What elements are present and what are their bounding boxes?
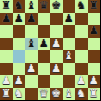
square-a5[interactable]	[0, 38, 13, 51]
white-rook: ♜	[1, 88, 11, 100]
square-e1[interactable]: ♚	[50, 88, 63, 101]
white-pawn: ♟	[51, 38, 61, 50]
square-b7[interactable]: ♟	[13, 13, 26, 26]
black-knight: ♞	[14, 0, 24, 12]
white-bishop: ♝	[64, 88, 74, 100]
black-pawn: ♟	[14, 13, 24, 25]
square-b1[interactable]: ♞	[13, 88, 26, 101]
white-queen: ♛	[39, 88, 49, 100]
square-a3[interactable]	[0, 63, 13, 76]
black-king: ♚	[51, 0, 61, 12]
square-a1[interactable]: ♜	[0, 88, 13, 101]
square-a6[interactable]	[0, 25, 13, 38]
white-rook: ♜	[89, 88, 99, 100]
black-pawn: ♟	[1, 13, 11, 25]
black-pawn: ♟	[64, 13, 74, 25]
square-g3[interactable]	[75, 63, 88, 76]
black-queen: ♛	[39, 0, 49, 12]
square-f1[interactable]: ♝	[63, 88, 76, 101]
white-pawn: ♟	[89, 75, 99, 87]
black-pawn: ♟	[89, 25, 99, 37]
square-a2[interactable]: ♟	[0, 75, 13, 88]
square-g5[interactable]	[75, 38, 88, 51]
square-c2[interactable]	[25, 75, 38, 88]
square-b4[interactable]	[13, 50, 26, 63]
square-d6[interactable]	[38, 25, 51, 38]
square-b5[interactable]	[13, 38, 26, 51]
white-pawn: ♟	[76, 75, 86, 87]
square-h8[interactable]: ♜	[88, 0, 101, 13]
square-f5[interactable]	[63, 38, 76, 51]
square-a4[interactable]	[0, 50, 13, 63]
square-c6[interactable]	[25, 25, 38, 38]
square-g2[interactable]: ♟	[75, 75, 88, 88]
chess-board: ♜♞♝♛♚♞♜♟♟♟♟♟♝♟♟♝♟♟♟♟♟♟♜♞♛♚♝♞♜	[0, 0, 100, 100]
square-h1[interactable]: ♜	[88, 88, 101, 101]
square-e5[interactable]: ♟	[50, 38, 63, 51]
white-knight: ♞	[14, 88, 24, 100]
square-f7[interactable]: ♟	[63, 13, 76, 26]
black-bishop: ♝	[26, 0, 36, 12]
square-h3[interactable]	[88, 63, 101, 76]
square-a7[interactable]: ♟	[0, 13, 13, 26]
square-g1[interactable]: ♞	[75, 88, 88, 101]
white-pawn: ♟	[51, 63, 61, 75]
white-bishop: ♝	[64, 50, 74, 62]
square-a8[interactable]: ♜	[0, 0, 13, 13]
square-h7[interactable]	[88, 13, 101, 26]
square-d5[interactable]: ♟	[38, 38, 51, 51]
square-g4[interactable]	[75, 50, 88, 63]
square-b8[interactable]: ♞	[13, 0, 26, 13]
square-g6[interactable]	[75, 25, 88, 38]
black-pawn: ♟	[26, 13, 36, 25]
square-e4[interactable]	[50, 50, 63, 63]
black-pawn: ♟	[39, 38, 49, 50]
square-b3[interactable]	[13, 63, 26, 76]
square-d4[interactable]	[38, 50, 51, 63]
square-h6[interactable]: ♟	[88, 25, 101, 38]
square-c7[interactable]: ♟	[25, 13, 38, 26]
white-knight: ♞	[76, 88, 86, 100]
black-rook: ♜	[89, 0, 99, 12]
white-pawn: ♟	[14, 75, 24, 87]
square-c3[interactable]: ♟	[25, 63, 38, 76]
square-d8[interactable]: ♛	[38, 0, 51, 13]
square-d1[interactable]: ♛	[38, 88, 51, 101]
square-c4[interactable]	[25, 50, 38, 63]
black-bishop: ♝	[26, 38, 36, 50]
square-b6[interactable]	[13, 25, 26, 38]
square-d7[interactable]	[38, 13, 51, 26]
square-c5[interactable]: ♝	[25, 38, 38, 51]
square-f6[interactable]	[63, 25, 76, 38]
square-d3[interactable]	[38, 63, 51, 76]
square-e8[interactable]: ♚	[50, 0, 63, 13]
black-rook: ♜	[1, 0, 11, 12]
square-h5[interactable]	[88, 38, 101, 51]
square-c8[interactable]: ♝	[25, 0, 38, 13]
square-e6[interactable]	[50, 25, 63, 38]
square-f4[interactable]: ♝	[63, 50, 76, 63]
square-b2[interactable]: ♟	[13, 75, 26, 88]
square-f8[interactable]	[63, 0, 76, 13]
white-king: ♚	[51, 88, 61, 100]
square-f2[interactable]	[63, 75, 76, 88]
square-h4[interactable]	[88, 50, 101, 63]
square-d2[interactable]	[38, 75, 51, 88]
white-pawn: ♟	[1, 75, 11, 87]
white-pawn: ♟	[26, 63, 36, 75]
square-c1[interactable]	[25, 88, 38, 101]
square-e2[interactable]	[50, 75, 63, 88]
black-knight: ♞	[76, 0, 86, 12]
square-g8[interactable]: ♞	[75, 0, 88, 13]
square-h2[interactable]: ♟	[88, 75, 101, 88]
square-g7[interactable]	[75, 13, 88, 26]
square-e7[interactable]	[50, 13, 63, 26]
square-f3[interactable]	[63, 63, 76, 76]
square-e3[interactable]: ♟	[50, 63, 63, 76]
